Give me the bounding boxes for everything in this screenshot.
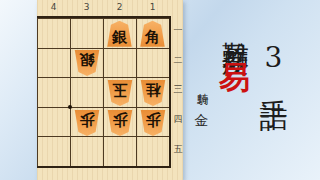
piece-pawn-2四: 歩: [107, 110, 133, 136]
problem-type-text: 3手詰: [254, 41, 292, 83]
rank-labels: 一二三四五: [173, 16, 183, 164]
rank-label-一: 一: [173, 16, 183, 46]
thumbnail: 4321 銀角銀玉桂歩歩歩 一二三四五 持駒金 難易度易 3手詰: [0, 0, 320, 180]
hand-pieces-text: 持駒金: [193, 84, 211, 103]
hand-label: 持駒: [196, 84, 209, 86]
piece-pawn-1四: 歩: [140, 110, 166, 136]
piece-pawn-3四: 歩: [74, 110, 100, 136]
difficulty-text: 難易度易: [214, 20, 256, 41]
shogi-board-panel: 4321 銀角銀玉桂歩歩歩 一二三四五: [37, 0, 183, 180]
rank-label-三: 三: [173, 75, 183, 105]
piece-knight-1三: 桂: [140, 80, 166, 106]
piece-silver-2一: 銀: [107, 21, 133, 47]
difficulty-label: 難易度: [220, 20, 251, 29]
hand-value: 金: [194, 102, 210, 103]
board-star-point: [68, 105, 72, 109]
rank-label-四: 四: [173, 105, 183, 135]
file-label-1: 1: [136, 1, 169, 14]
file-label-4: 4: [37, 1, 70, 14]
piece-king-2三: 玉: [107, 80, 133, 106]
piece-silver-3二: 銀: [74, 50, 100, 76]
difficulty-value: 易: [217, 38, 253, 41]
rank-label-二: 二: [173, 46, 183, 76]
rank-label-五: 五: [173, 134, 183, 164]
board-grid: 銀角銀玉桂歩歩歩: [37, 16, 171, 168]
file-label-3: 3: [70, 1, 103, 14]
file-label-2: 2: [103, 1, 136, 14]
file-labels: 4321: [37, 1, 169, 14]
piece-bishop-1一: 角: [140, 21, 166, 47]
